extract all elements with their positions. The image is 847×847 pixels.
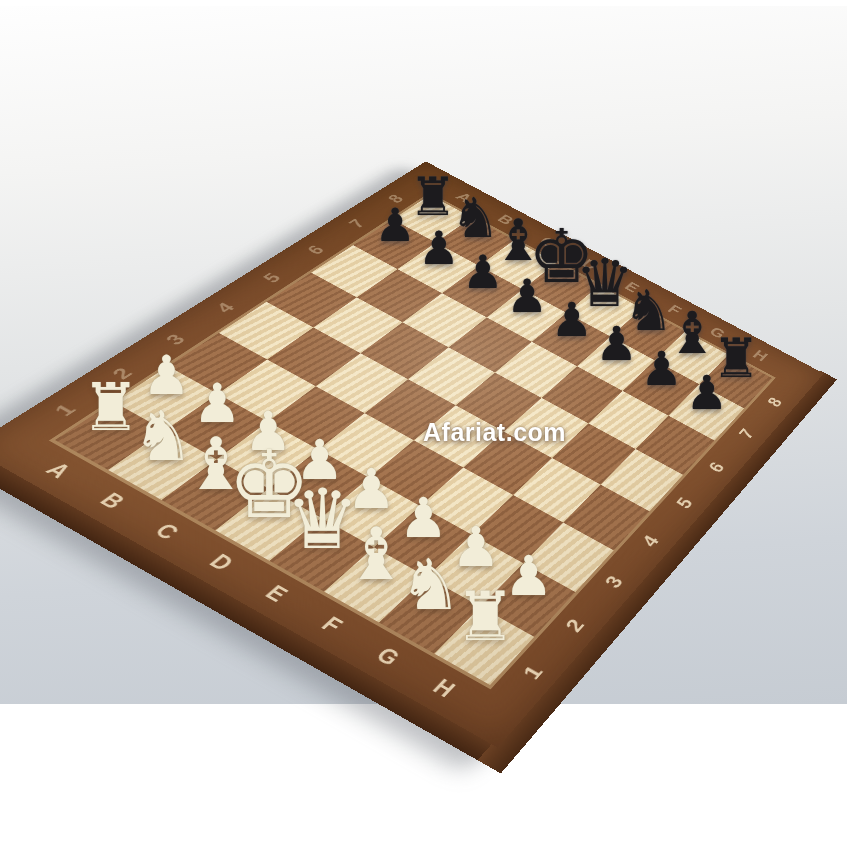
- photo-canvas: AABBCCDDEEFFGGHH1122334455667788 ♜♞♝♚♛♞♝…: [0, 0, 847, 847]
- watermark: Afariat.com: [423, 418, 566, 447]
